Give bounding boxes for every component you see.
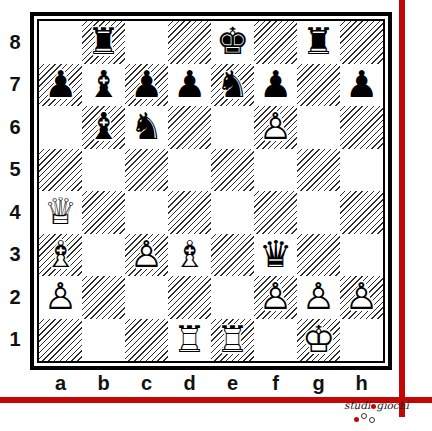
square-d1: ♜♖ [168, 319, 211, 362]
white-bishop-piece: ♝♗ [168, 234, 211, 277]
piece-outline-layer: ♙ [39, 276, 82, 319]
black-pawn-piece: ♟♟ [340, 64, 383, 107]
piece-outline-layer: ♗ [168, 234, 211, 277]
rank-label-4: 4 [4, 191, 26, 234]
square-e2 [211, 276, 254, 319]
square-c5 [125, 149, 168, 192]
square-d4 [168, 191, 211, 234]
square-d5 [168, 149, 211, 192]
square-d2 [168, 276, 211, 319]
logo-dot-white-1 [361, 413, 367, 419]
square-e3 [211, 234, 254, 277]
white-rook-piece: ♜♖ [168, 319, 211, 362]
piece-outline-layer: ♔ [297, 319, 340, 362]
logo-text-part1: studi [344, 399, 370, 411]
square-c2 [125, 276, 168, 319]
square-g4 [297, 191, 340, 234]
piece-outline-layer: ♙ [254, 276, 297, 319]
square-a8 [39, 21, 82, 64]
piece-outline-layer: ♖ [211, 319, 254, 362]
black-king-piece: ♚♚ [211, 21, 254, 64]
square-b5 [82, 149, 125, 192]
black-knight-piece: ♞♞ [125, 106, 168, 149]
square-d3: ♝♗ [168, 234, 211, 277]
piece-outline-layer: ♟ [168, 64, 211, 107]
studiogiochi-logo: studigiochi [344, 400, 404, 430]
square-g5 [297, 149, 340, 192]
file-labels: abcdefgh [39, 371, 383, 395]
white-rook-piece: ♜♖ [211, 319, 254, 362]
piece-outline-layer: ♜ [297, 21, 340, 64]
square-f7: ♟♟ [254, 64, 297, 107]
square-d6 [168, 106, 211, 149]
white-queen-piece: ♛♕ [39, 191, 82, 234]
square-a6 [39, 106, 82, 149]
square-e6 [211, 106, 254, 149]
piece-outline-layer: ♙ [340, 276, 383, 319]
piece-outline-layer: ♟ [340, 64, 383, 107]
square-h5 [340, 149, 383, 192]
square-f4 [254, 191, 297, 234]
logo-dot-white-2 [369, 417, 375, 423]
piece-outline-layer: ♛ [254, 234, 297, 277]
square-g6 [297, 106, 340, 149]
file-label-b: b [82, 371, 125, 395]
piece-outline-layer: ♞ [125, 106, 168, 149]
rank-label-5: 5 [4, 149, 26, 192]
square-f1 [254, 319, 297, 362]
logo-dot-red [354, 417, 359, 422]
chess-board: ♜♜♚♚♜♜♟♟♝♝♟♟♟♟♞♞♟♟♟♟♝♝♞♞♟♙♛♕♝♗♟♙♝♗♛♛♟♙♟♙… [39, 21, 383, 361]
black-rook-piece: ♜♜ [82, 21, 125, 64]
square-a3: ♝♗ [39, 234, 82, 277]
rank-labels: 87654321 [4, 21, 26, 361]
black-pawn-piece: ♟♟ [168, 64, 211, 107]
square-b7: ♝♝ [82, 64, 125, 107]
square-f6: ♟♙ [254, 106, 297, 149]
square-g3 [297, 234, 340, 277]
square-f2: ♟♙ [254, 276, 297, 319]
piece-outline-layer: ♖ [168, 319, 211, 362]
piece-outline-layer: ♙ [254, 106, 297, 149]
black-bishop-piece: ♝♝ [82, 106, 125, 149]
square-a1 [39, 319, 82, 362]
square-h7: ♟♟ [340, 64, 383, 107]
square-f8 [254, 21, 297, 64]
piece-outline-layer: ♚ [211, 21, 254, 64]
file-label-d: d [168, 371, 211, 395]
white-pawn-piece: ♟♙ [39, 276, 82, 319]
square-h4 [340, 191, 383, 234]
red-crop-mark-vertical [399, 0, 405, 417]
chess-board-inner-frame: ♜♜♚♚♜♜♟♟♝♝♟♟♟♟♞♞♟♟♟♟♝♝♞♞♟♙♛♕♝♗♟♙♝♗♛♛♟♙♟♙… [37, 19, 385, 363]
square-b3 [82, 234, 125, 277]
square-c8 [125, 21, 168, 64]
square-g8: ♜♜ [297, 21, 340, 64]
rank-label-6: 6 [4, 106, 26, 149]
square-d8 [168, 21, 211, 64]
piece-outline-layer: ♗ [39, 234, 82, 277]
square-h8 [340, 21, 383, 64]
square-a5 [39, 149, 82, 192]
square-a2: ♟♙ [39, 276, 82, 319]
square-e4 [211, 191, 254, 234]
black-pawn-piece: ♟♟ [39, 64, 82, 107]
piece-outline-layer: ♙ [297, 276, 340, 319]
logo-dots-icon [354, 413, 394, 427]
file-label-a: a [39, 371, 82, 395]
white-pawn-piece: ♟♙ [340, 276, 383, 319]
file-label-h: h [340, 371, 383, 395]
square-c4 [125, 191, 168, 234]
square-a4: ♛♕ [39, 191, 82, 234]
file-label-f: f [254, 371, 297, 395]
file-label-g: g [297, 371, 340, 395]
file-label-c: c [125, 371, 168, 395]
square-c3: ♟♙ [125, 234, 168, 277]
square-b6: ♝♝ [82, 106, 125, 149]
black-knight-piece: ♞♞ [211, 64, 254, 107]
piece-outline-layer: ♟ [254, 64, 297, 107]
white-pawn-piece: ♟♙ [254, 106, 297, 149]
black-queen-piece: ♛♛ [254, 234, 297, 277]
square-e8: ♚♚ [211, 21, 254, 64]
square-e7: ♞♞ [211, 64, 254, 107]
square-b1 [82, 319, 125, 362]
square-c6: ♞♞ [125, 106, 168, 149]
piece-outline-layer: ♝ [82, 64, 125, 107]
square-d7: ♟♟ [168, 64, 211, 107]
square-a7: ♟♟ [39, 64, 82, 107]
square-b4 [82, 191, 125, 234]
square-g1: ♚♔ [297, 319, 340, 362]
file-label-e: e [211, 371, 254, 395]
rank-label-8: 8 [4, 21, 26, 64]
square-f3: ♛♛ [254, 234, 297, 277]
rank-label-7: 7 [4, 64, 26, 107]
studiogiochi-logo-text: studigiochi [344, 400, 404, 411]
black-pawn-piece: ♟♟ [254, 64, 297, 107]
piece-outline-layer: ♝ [82, 106, 125, 149]
square-b8: ♜♜ [82, 21, 125, 64]
square-e1: ♜♖ [211, 319, 254, 362]
square-h2: ♟♙ [340, 276, 383, 319]
square-c7: ♟♟ [125, 64, 168, 107]
square-b2 [82, 276, 125, 319]
square-c1 [125, 319, 168, 362]
square-h3 [340, 234, 383, 277]
white-king-piece: ♚♔ [297, 319, 340, 362]
white-pawn-piece: ♟♙ [297, 276, 340, 319]
square-e5 [211, 149, 254, 192]
chess-board-frame: ♜♜♚♚♜♜♟♟♝♝♟♟♟♟♞♞♟♟♟♟♝♝♞♞♟♙♛♕♝♗♟♙♝♗♛♛♟♙♟♙… [30, 12, 392, 370]
white-bishop-piece: ♝♗ [39, 234, 82, 277]
black-pawn-piece: ♟♟ [125, 64, 168, 107]
black-rook-piece: ♜♜ [297, 21, 340, 64]
rank-label-2: 2 [4, 276, 26, 319]
piece-outline-layer: ♞ [211, 64, 254, 107]
square-g7 [297, 64, 340, 107]
piece-outline-layer: ♟ [125, 64, 168, 107]
piece-outline-layer: ♟ [39, 64, 82, 107]
rank-label-3: 3 [4, 234, 26, 277]
chess-diagram-page: 87654321 ♜♜♚♚♜♜♟♟♝♝♟♟♟♟♞♞♟♟♟♟♝♝♞♞♟♙♛♕♝♗♟… [0, 0, 432, 431]
square-h6 [340, 106, 383, 149]
square-g2: ♟♙ [297, 276, 340, 319]
logo-text-part2: giochi [376, 399, 408, 411]
piece-outline-layer: ♕ [39, 191, 82, 234]
piece-outline-layer: ♙ [125, 234, 168, 277]
square-f5 [254, 149, 297, 192]
piece-outline-layer: ♜ [82, 21, 125, 64]
rank-label-1: 1 [4, 319, 26, 362]
black-bishop-piece: ♝♝ [82, 64, 125, 107]
white-pawn-piece: ♟♙ [125, 234, 168, 277]
white-pawn-piece: ♟♙ [254, 276, 297, 319]
square-h1 [340, 319, 383, 362]
